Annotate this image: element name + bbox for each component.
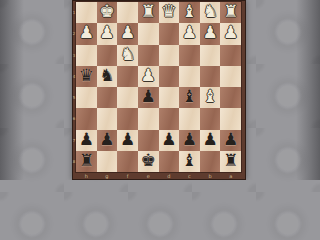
white-bishop: ♝ bbox=[202, 88, 217, 105]
square-d4[interactable] bbox=[159, 66, 180, 87]
file-label: c bbox=[179, 172, 200, 180]
file-label: e bbox=[138, 172, 159, 180]
square-c2[interactable]: ♟ bbox=[179, 23, 200, 44]
white-pawn: ♟ bbox=[120, 24, 135, 41]
square-b1[interactable]: ♞ bbox=[200, 2, 221, 23]
black-queen: ♛ bbox=[79, 67, 94, 84]
square-b3[interactable] bbox=[200, 45, 221, 66]
square-a6[interactable] bbox=[220, 108, 241, 129]
white-rook: ♜ bbox=[141, 3, 156, 20]
square-d3[interactable] bbox=[159, 45, 180, 66]
square-a7[interactable]: ♟ bbox=[220, 130, 241, 151]
square-c7[interactable]: ♟ bbox=[179, 130, 200, 151]
black-pawn: ♟ bbox=[120, 131, 135, 148]
square-e8[interactable]: ♚ bbox=[138, 151, 159, 172]
black-pawn: ♟ bbox=[202, 131, 217, 148]
rank-label: 6 bbox=[72, 108, 76, 129]
square-h1[interactable] bbox=[76, 2, 97, 23]
square-e2[interactable] bbox=[138, 23, 159, 44]
square-d8[interactable] bbox=[159, 151, 180, 172]
square-c6[interactable] bbox=[179, 108, 200, 129]
black-rook: ♜ bbox=[223, 152, 238, 169]
square-e5[interactable]: ♟ bbox=[138, 87, 159, 108]
square-b5[interactable]: ♝ bbox=[200, 87, 221, 108]
file-label: f bbox=[117, 172, 138, 180]
square-a3[interactable] bbox=[220, 45, 241, 66]
square-d2[interactable] bbox=[159, 23, 180, 44]
square-f5[interactable] bbox=[117, 87, 138, 108]
square-g3[interactable] bbox=[97, 45, 118, 66]
rank-labels: 12345678 bbox=[72, 2, 76, 172]
square-a2[interactable]: ♟ bbox=[220, 23, 241, 44]
square-b6[interactable] bbox=[200, 108, 221, 129]
square-g7[interactable]: ♟ bbox=[97, 130, 118, 151]
square-h4[interactable]: ♛ bbox=[76, 66, 97, 87]
square-f8[interactable] bbox=[117, 151, 138, 172]
square-b2[interactable]: ♟ bbox=[200, 23, 221, 44]
file-label: b bbox=[200, 172, 221, 180]
white-knight: ♞ bbox=[120, 46, 135, 63]
square-h8[interactable]: ♜ bbox=[76, 151, 97, 172]
square-h7[interactable]: ♟ bbox=[76, 130, 97, 151]
board-grid: ♚♜♛♝♞♜♟♟♟♟♟♟♞♛♞♟♟♝♝♟♟♟♟♟♟♟♜♚♝♜ bbox=[76, 2, 241, 172]
black-bishop: ♝ bbox=[182, 88, 197, 105]
square-d7[interactable]: ♟ bbox=[159, 130, 180, 151]
square-a8[interactable]: ♜ bbox=[220, 151, 241, 172]
square-g2[interactable]: ♟ bbox=[97, 23, 118, 44]
white-pawn: ♟ bbox=[182, 24, 197, 41]
white-pawn: ♟ bbox=[99, 24, 114, 41]
square-e3[interactable] bbox=[138, 45, 159, 66]
square-g8[interactable] bbox=[97, 151, 118, 172]
file-label: g bbox=[97, 172, 118, 180]
square-d5[interactable] bbox=[159, 87, 180, 108]
square-f1[interactable] bbox=[117, 2, 138, 23]
square-e4[interactable]: ♟ bbox=[138, 66, 159, 87]
video-thumbnail: { "game": "chess", "position": { "fen": … bbox=[0, 0, 320, 180]
white-pawn: ♟ bbox=[79, 24, 94, 41]
file-label: h bbox=[76, 172, 97, 180]
square-f6[interactable] bbox=[117, 108, 138, 129]
square-b7[interactable]: ♟ bbox=[200, 130, 221, 151]
square-f2[interactable]: ♟ bbox=[117, 23, 138, 44]
black-pawn: ♟ bbox=[223, 131, 238, 148]
square-f4[interactable] bbox=[117, 66, 138, 87]
black-pawn: ♟ bbox=[161, 131, 176, 148]
rank-label: 2 bbox=[72, 23, 76, 44]
square-e6[interactable] bbox=[138, 108, 159, 129]
white-bishop: ♝ bbox=[182, 3, 197, 20]
square-d6[interactable] bbox=[159, 108, 180, 129]
square-h5[interactable] bbox=[76, 87, 97, 108]
board-play-area: ♚♜♛♝♞♜♟♟♟♟♟♟♞♛♞♟♟♝♝♟♟♟♟♟♟♟♜♚♝♜ bbox=[76, 2, 241, 172]
black-king: ♚ bbox=[141, 152, 156, 169]
black-pawn: ♟ bbox=[99, 131, 114, 148]
square-g6[interactable] bbox=[97, 108, 118, 129]
white-queen: ♛ bbox=[161, 3, 176, 20]
square-e7[interactable] bbox=[138, 130, 159, 151]
square-c5[interactable]: ♝ bbox=[179, 87, 200, 108]
square-b4[interactable] bbox=[200, 66, 221, 87]
square-b8[interactable] bbox=[200, 151, 221, 172]
rank-label: 7 bbox=[72, 130, 76, 151]
white-pawn: ♟ bbox=[202, 24, 217, 41]
square-g5[interactable] bbox=[97, 87, 118, 108]
square-f3[interactable]: ♞ bbox=[117, 45, 138, 66]
black-pawn: ♟ bbox=[79, 131, 94, 148]
square-c1[interactable]: ♝ bbox=[179, 2, 200, 23]
rank-label: 4 bbox=[72, 66, 76, 87]
file-labels: hgfedcba bbox=[76, 172, 241, 180]
black-pawn: ♟ bbox=[182, 131, 197, 148]
square-g1[interactable]: ♚ bbox=[97, 2, 118, 23]
black-bishop: ♝ bbox=[182, 152, 197, 169]
rank-label: 3 bbox=[72, 45, 76, 66]
square-c3[interactable] bbox=[179, 45, 200, 66]
white-knight: ♞ bbox=[202, 3, 217, 20]
rank-label: 1 bbox=[72, 2, 76, 23]
white-rook: ♜ bbox=[223, 3, 238, 20]
square-f7[interactable]: ♟ bbox=[117, 130, 138, 151]
square-c4[interactable] bbox=[179, 66, 200, 87]
rank-label: 5 bbox=[72, 87, 76, 108]
square-h6[interactable] bbox=[76, 108, 97, 129]
rank-label: 8 bbox=[72, 151, 76, 172]
square-a5[interactable] bbox=[220, 87, 241, 108]
square-a4[interactable] bbox=[220, 66, 241, 87]
white-pawn: ♟ bbox=[223, 24, 238, 41]
square-c8[interactable]: ♝ bbox=[179, 151, 200, 172]
square-h3[interactable] bbox=[76, 45, 97, 66]
file-label: d bbox=[159, 172, 180, 180]
white-king: ♚ bbox=[99, 3, 114, 20]
square-d1[interactable]: ♛ bbox=[159, 2, 180, 23]
square-g4[interactable]: ♞ bbox=[97, 66, 118, 87]
white-pawn: ♟ bbox=[141, 67, 156, 84]
square-h2[interactable]: ♟ bbox=[76, 23, 97, 44]
black-knight: ♞ bbox=[99, 67, 114, 84]
chess-board: 12345678 ♚♜♛♝♞♜♟♟♟♟♟♟♞♛♞♟♟♝♝♟♟♟♟♟♟♟♜♚♝♜ … bbox=[72, 0, 246, 180]
square-e1[interactable]: ♜ bbox=[138, 2, 159, 23]
black-rook: ♜ bbox=[79, 152, 94, 169]
black-pawn: ♟ bbox=[141, 88, 156, 105]
file-label: a bbox=[220, 172, 241, 180]
square-a1[interactable]: ♜ bbox=[220, 2, 241, 23]
